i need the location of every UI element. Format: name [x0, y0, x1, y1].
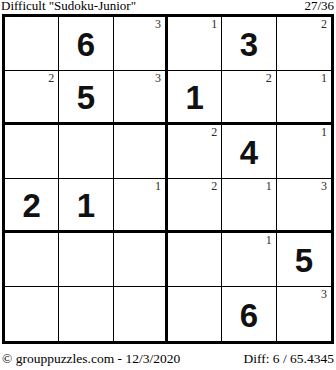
cell-r3c2[interactable] [59, 125, 113, 179]
corner-mark: 2 [48, 71, 54, 85]
given-digit: 5 [295, 242, 313, 277]
given-digit: 5 [77, 79, 95, 114]
corner-mark: 3 [155, 71, 161, 85]
given-digit: 4 [240, 134, 258, 169]
cell-r1c3[interactable]: 3 [114, 17, 168, 71]
given-digit: 1 [77, 187, 95, 222]
cell-r6c1[interactable] [5, 287, 59, 341]
header: Difficult "Sudoku-Junior" 27/36 [1, 0, 334, 13]
cell-r3c5[interactable]: 4 [222, 125, 276, 179]
cell-r2c6[interactable]: 1 [277, 71, 331, 125]
given-digit: 6 [240, 297, 258, 332]
given-digit: 3 [240, 26, 258, 61]
cell-r5c2[interactable] [59, 233, 113, 287]
cell-r2c3[interactable]: 3 [114, 71, 168, 125]
cell-r1c4[interactable]: 1 [168, 17, 222, 71]
corner-mark: 2 [266, 71, 272, 85]
cell-r3c4[interactable]: 2 [168, 125, 222, 179]
cell-r5c3[interactable] [114, 233, 168, 287]
cell-r2c5[interactable]: 2 [222, 71, 276, 125]
cell-r5c6[interactable]: 5 [277, 233, 331, 287]
cell-r3c3[interactable] [114, 125, 168, 179]
cell-r6c2[interactable] [59, 287, 113, 341]
cell-r4c2[interactable]: 1 [59, 179, 113, 233]
given-digit: 6 [77, 26, 95, 61]
corner-mark: 1 [321, 71, 327, 85]
cell-r5c5[interactable]: 1 [222, 233, 276, 287]
cell-r2c2[interactable]: 5 [59, 71, 113, 125]
cell-r3c1[interactable] [5, 125, 59, 179]
page-title: Difficult "Sudoku-Junior" [1, 0, 136, 13]
cell-r4c3[interactable]: 1 [114, 179, 168, 233]
corner-mark: 3 [321, 179, 327, 193]
cell-r2c1[interactable]: 2 [5, 71, 59, 125]
corner-mark: 3 [321, 287, 327, 301]
corner-mark: 2 [321, 17, 327, 31]
cell-r4c4[interactable]: 2 [168, 179, 222, 233]
cell-r4c5[interactable]: 1 [222, 179, 276, 233]
corner-mark: 3 [155, 17, 161, 31]
corner-mark: 2 [211, 179, 217, 193]
corner-mark: 2 [211, 125, 217, 139]
cell-r6c3[interactable] [114, 287, 168, 341]
difficulty-rating: Diff: 6 / 65.4345 [244, 351, 335, 367]
cell-r3c6[interactable]: 1 [277, 125, 331, 179]
empty-cells-counter: 27/36 [304, 0, 334, 13]
cell-r1c1[interactable] [5, 17, 59, 71]
cell-r5c4[interactable] [168, 233, 222, 287]
copyright-credit: © grouppuzzles.com - 12/3/2020 [2, 351, 180, 367]
corner-mark: 1 [266, 233, 272, 247]
footer: © grouppuzzles.com - 12/3/2020 Diff: 6 /… [2, 351, 334, 367]
sudoku-board: 631322531212412112131563 [2, 14, 334, 344]
cell-r6c5[interactable]: 6 [222, 287, 276, 341]
cell-r5c1[interactable] [5, 233, 59, 287]
corner-mark: 1 [155, 179, 161, 193]
given-digit: 1 [185, 79, 203, 114]
cell-r4c1[interactable]: 2 [5, 179, 59, 233]
cell-r4c6[interactable]: 3 [277, 179, 331, 233]
sudoku-junior-page: Difficult "Sudoku-Junior" 27/36 63132253… [0, 0, 336, 370]
cell-r1c6[interactable]: 2 [277, 17, 331, 71]
corner-mark: 1 [266, 179, 272, 193]
cell-r1c2[interactable]: 6 [59, 17, 113, 71]
cell-r2c4[interactable]: 1 [168, 71, 222, 125]
cell-r1c5[interactable]: 3 [222, 17, 276, 71]
cell-r6c6[interactable]: 3 [277, 287, 331, 341]
corner-mark: 1 [211, 17, 217, 31]
corner-mark: 1 [321, 125, 327, 139]
given-digit: 2 [22, 187, 40, 222]
cell-r6c4[interactable] [168, 287, 222, 341]
